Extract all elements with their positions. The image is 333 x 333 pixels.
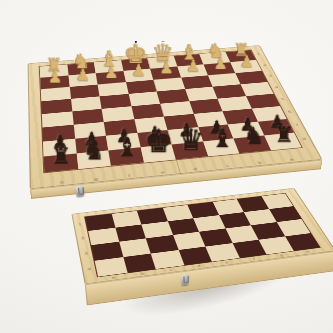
closed-square [178,246,212,265]
square-e5 [131,104,164,120]
closed-square [173,232,206,250]
closed-square [258,236,293,254]
white-pawn-h2: ♟ [48,69,63,85]
white-pawn-f2: ♟ [104,65,118,81]
closed-square [88,227,119,245]
black-queen-d8: ♛ [178,125,205,155]
closed-square [151,250,184,269]
black-bishop-c8: ♝ [211,126,233,151]
square-b5 [217,96,251,111]
square-g8: ♞ [76,150,111,169]
square-d5 [160,101,193,116]
closed-square [199,229,232,247]
closed-square [95,257,128,277]
closed-square [115,224,146,241]
square-h4 [41,99,72,114]
closed-square [123,253,156,273]
white-pawn-a2: ♟ [240,54,254,70]
square-d8: ♛ [172,141,208,159]
closed-square [85,214,115,231]
white-pawn-b2: ♟ [213,56,227,72]
square-a2: ♟ [230,60,262,73]
white-pawn-e2: ♟ [132,63,146,79]
square-e8: ♚ [140,144,176,162]
square-e3 [126,80,157,94]
white-pawn-c2: ♟ [186,58,200,74]
closed-square [91,242,123,261]
closed-square [276,219,310,236]
square-g4 [71,96,102,111]
black-knight-g8: ♞ [83,140,105,165]
closed-square [251,222,285,239]
square-b8: ♞ [233,136,270,154]
chess-grid: ♜♞♝♚♛♝♞♜♟♟♟♟♟♟♟♟♟♟♟♟♟♟♟♟♜♞♝♚♛♝♞♜ [40,50,302,172]
square-c2: ♟ [177,64,208,77]
clasp-icon [76,186,85,197]
square-a5 [246,94,280,109]
square-e4 [128,91,160,106]
closed-chess-box: abcdefgh 1234 [73,207,333,305]
black-king-e8: ♚ [145,126,174,158]
open-chess-board: ♜♞♝♚♛♝♞♜♟♟♟♟♟♟♟♟♟♟♟♟♟♟♟♟♜♞♝♚♛♝♞♜ hgfedcb… [28,45,323,189]
clasp-icon [181,274,189,286]
closed-square [232,239,266,258]
square-f8: ♝ [108,147,143,165]
closed-square [141,221,172,238]
product-photo: ♜♞♝♚♛♝♞♜♟♟♟♟♟♟♟♟♟♟♟♟♟♟♟♟♜♞♝♚♛♝♞♜ hgfedcb… [0,0,333,333]
closed-square [225,225,258,243]
square-c5 [189,99,223,114]
square-h8: ♜ [44,153,78,172]
black-knight-b8: ♞ [243,125,264,149]
closed-square [285,233,320,251]
black-bishop-f8: ♝ [115,135,138,160]
black-rook-h8: ♜ [51,145,71,167]
white-pawn-g2: ♟ [76,67,91,83]
closed-box-lid: abcdefgh 1234 [71,188,333,284]
closed-square [146,235,178,253]
black-rook-a8: ♜ [275,124,294,146]
closed-square [205,243,239,262]
white-pawn-d2: ♟ [159,60,173,76]
square-a4 [240,82,273,96]
open-board-frame: ♜♞♝♚♛♝♞♜♟♟♟♟♟♟♟♟♟♟♟♟♟♟♟♟♜♞♝♚♛♝♞♜ hgfedcb… [28,45,323,189]
closed-square [119,238,151,256]
